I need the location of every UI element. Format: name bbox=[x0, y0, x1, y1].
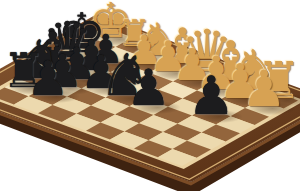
piece-white-pawn[interactable]: ♟ bbox=[234, 64, 294, 114]
pawn-glyph: ♟ bbox=[126, 63, 171, 113]
pawn-glyph: ♟ bbox=[26, 54, 69, 102]
piece-black-pawn[interactable]: ♟ bbox=[181, 69, 241, 122]
pawn-glyph: ♟ bbox=[242, 64, 287, 114]
piece-black-pawn[interactable]: ♟ bbox=[18, 54, 78, 102]
piece-black-pawn[interactable]: ♟ bbox=[119, 63, 179, 113]
pawn-glyph: ♟ bbox=[187, 69, 235, 122]
product-photo-stage: ♚♜♞♚♝♟♟♛♛♟♟♝♝♟♟♞♞♟♟♟♜♜♟♞♟♟♟♟ bbox=[0, 0, 300, 191]
